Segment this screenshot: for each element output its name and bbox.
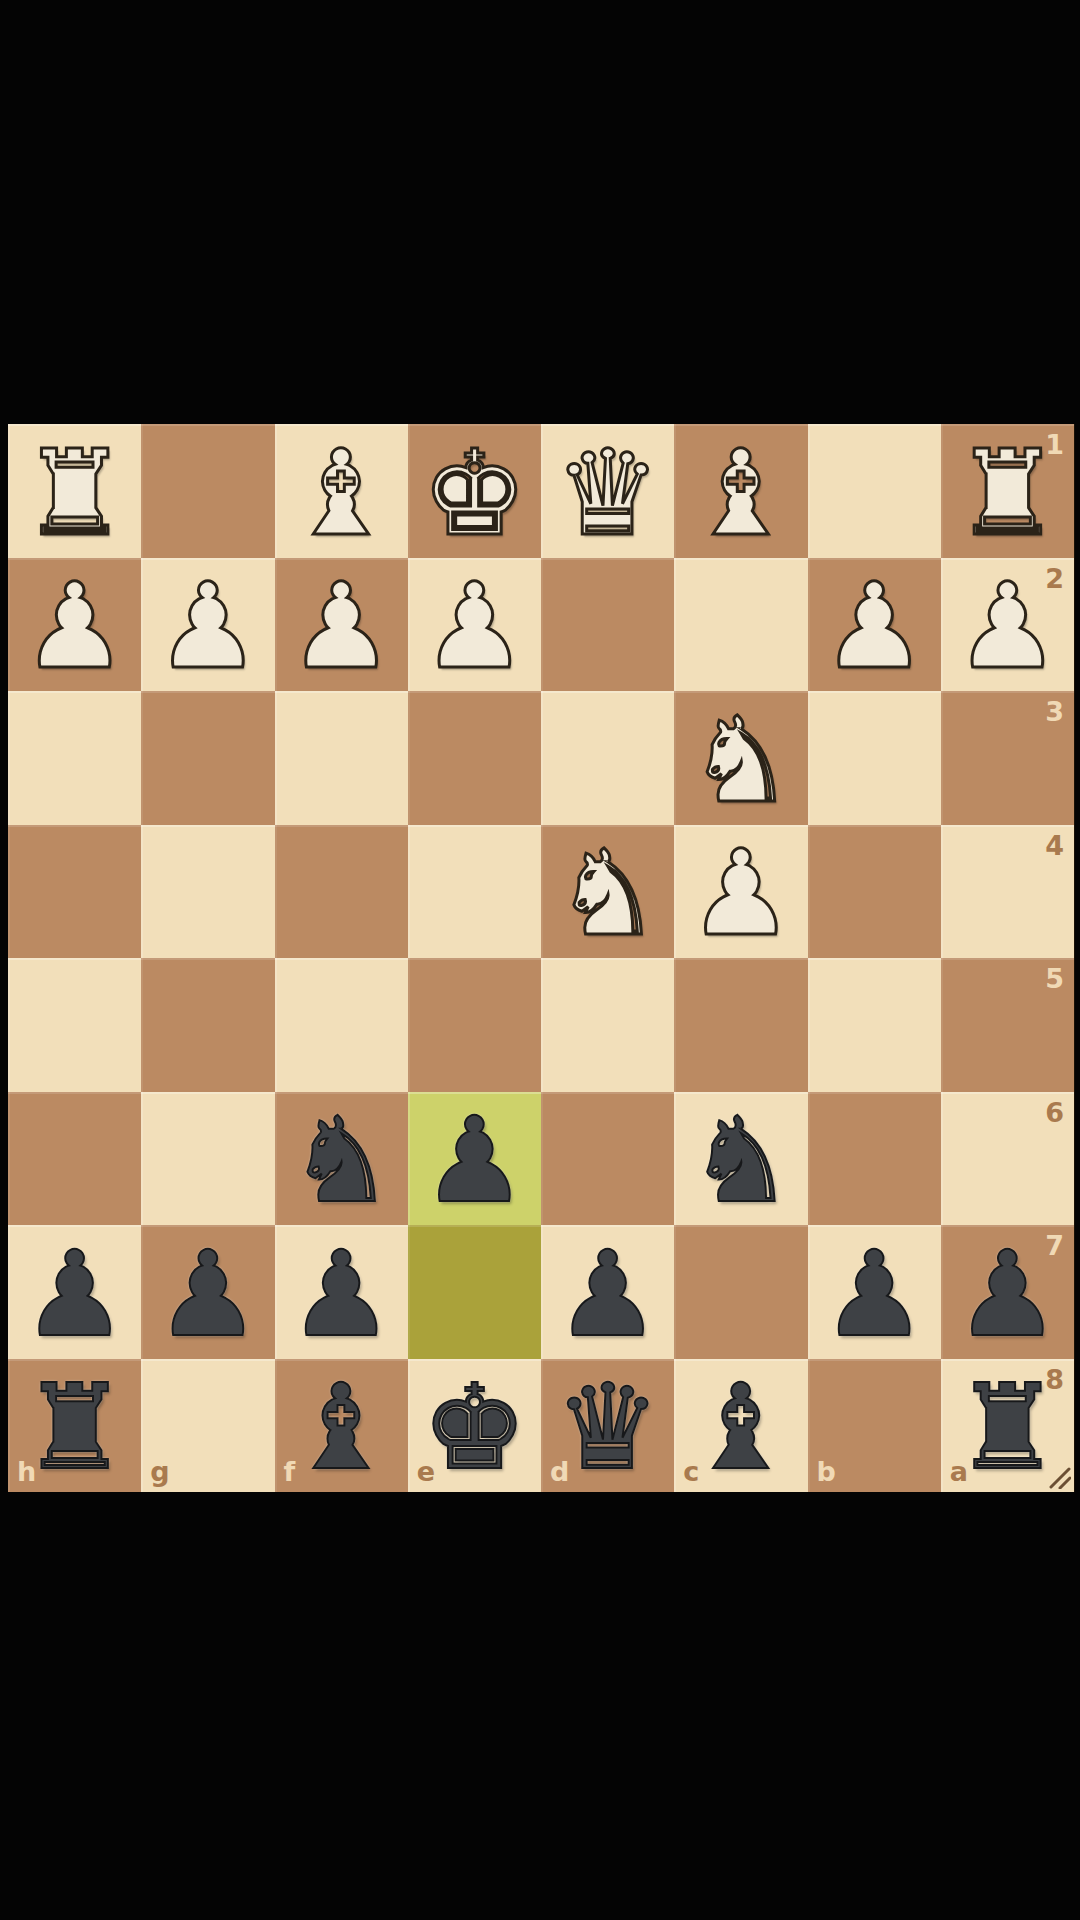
file-label-b: b [817,1456,836,1487]
piece-white-rook[interactable]: ♜ [22,434,128,552]
square-g4[interactable] [141,825,274,959]
square-f6[interactable]: ♞ [275,1092,408,1226]
piece-black-pawn[interactable]: ♟ [288,1235,394,1353]
screen: ♜♝♚♛♝1♜♟♟♟♟♟2♟♞3♞♟45♞♟♞6♟♟♟♟♟7♟h♜gf♝e♚d♛… [0,0,1080,1920]
square-a1[interactable]: 1♜ [941,424,1074,558]
square-c1[interactable]: ♝ [674,424,807,558]
square-f2[interactable]: ♟ [275,558,408,692]
piece-white-pawn[interactable]: ♟ [954,567,1060,685]
square-d2[interactable] [541,558,674,692]
square-b8[interactable]: b [808,1359,941,1493]
square-h8[interactable]: h♜ [8,1359,141,1493]
piece-black-queen[interactable]: ♛ [555,1368,661,1486]
piece-black-pawn[interactable]: ♟ [555,1235,661,1353]
piece-white-knight[interactable]: ♞ [555,834,661,952]
square-f8[interactable]: f♝ [275,1359,408,1493]
piece-white-pawn[interactable]: ♟ [22,567,128,685]
piece-black-pawn[interactable]: ♟ [22,1235,128,1353]
square-c4[interactable]: ♟ [674,825,807,959]
square-a7[interactable]: 7♟ [941,1225,1074,1359]
rank-label-6: 6 [1045,1097,1064,1128]
square-g1[interactable] [141,424,274,558]
piece-black-pawn[interactable]: ♟ [155,1235,261,1353]
square-b1[interactable] [808,424,941,558]
chess-board: ♜♝♚♛♝1♜♟♟♟♟♟2♟♞3♞♟45♞♟♞6♟♟♟♟♟7♟h♜gf♝e♚d♛… [8,424,1075,1492]
square-e8[interactable]: e♚ [408,1359,541,1493]
piece-black-bishop[interactable]: ♝ [288,1368,394,1486]
square-b2[interactable]: ♟ [808,558,941,692]
piece-white-pawn[interactable]: ♟ [688,834,794,952]
square-f5[interactable] [275,958,408,1092]
square-d7[interactable]: ♟ [541,1225,674,1359]
square-g8[interactable]: g [141,1359,274,1493]
square-h6[interactable] [8,1092,141,1226]
square-h1[interactable]: ♜ [8,424,141,558]
square-e6[interactable]: ♟ [408,1092,541,1226]
square-c6[interactable]: ♞ [674,1092,807,1226]
square-a5[interactable]: 5 [941,958,1074,1092]
square-h3[interactable] [8,691,141,825]
square-d8[interactable]: d♛ [541,1359,674,1493]
square-a2[interactable]: 2♟ [941,558,1074,692]
square-g2[interactable]: ♟ [141,558,274,692]
square-b7[interactable]: ♟ [808,1225,941,1359]
piece-white-king[interactable]: ♚ [421,434,527,552]
piece-black-knight[interactable]: ♞ [288,1101,394,1219]
rank-label-3: 3 [1045,696,1064,727]
square-f1[interactable]: ♝ [275,424,408,558]
piece-white-bishop[interactable]: ♝ [688,434,794,552]
square-d6[interactable] [541,1092,674,1226]
square-g5[interactable] [141,958,274,1092]
square-c7[interactable] [674,1225,807,1359]
square-h2[interactable]: ♟ [8,558,141,692]
square-a4[interactable]: 4 [941,825,1074,959]
rank-label-5: 5 [1045,963,1064,994]
square-a3[interactable]: 3 [941,691,1074,825]
piece-black-pawn[interactable]: ♟ [821,1235,927,1353]
square-g6[interactable] [141,1092,274,1226]
square-c8[interactable]: c♝ [674,1359,807,1493]
square-h7[interactable]: ♟ [8,1225,141,1359]
piece-white-rook[interactable]: ♜ [954,434,1060,552]
square-g3[interactable] [141,691,274,825]
square-e3[interactable] [408,691,541,825]
square-d5[interactable] [541,958,674,1092]
piece-black-pawn[interactable]: ♟ [421,1101,527,1219]
piece-black-pawn[interactable]: ♟ [954,1235,1060,1353]
piece-white-pawn[interactable]: ♟ [155,567,261,685]
piece-black-knight[interactable]: ♞ [688,1101,794,1219]
square-f4[interactable] [275,825,408,959]
piece-white-knight[interactable]: ♞ [688,701,794,819]
square-f3[interactable] [275,691,408,825]
piece-black-king[interactable]: ♚ [421,1368,527,1486]
square-b5[interactable] [808,958,941,1092]
square-d3[interactable] [541,691,674,825]
resize-handle-icon[interactable] [1047,1465,1071,1489]
rank-label-4: 4 [1045,830,1064,861]
piece-black-bishop[interactable]: ♝ [688,1368,794,1486]
square-e1[interactable]: ♚ [408,424,541,558]
square-a6[interactable]: 6 [941,1092,1074,1226]
square-c5[interactable] [674,958,807,1092]
square-c2[interactable] [674,558,807,692]
square-b4[interactable] [808,825,941,959]
piece-white-pawn[interactable]: ♟ [821,567,927,685]
square-b3[interactable] [808,691,941,825]
square-d4[interactable]: ♞ [541,825,674,959]
square-g7[interactable]: ♟ [141,1225,274,1359]
square-e2[interactable]: ♟ [408,558,541,692]
square-e7[interactable] [408,1225,541,1359]
square-b6[interactable] [808,1092,941,1226]
square-c3[interactable]: ♞ [674,691,807,825]
square-e5[interactable] [408,958,541,1092]
square-h5[interactable] [8,958,141,1092]
piece-white-pawn[interactable]: ♟ [421,567,527,685]
piece-white-pawn[interactable]: ♟ [288,567,394,685]
square-e4[interactable] [408,825,541,959]
piece-white-queen[interactable]: ♛ [555,434,661,552]
piece-black-rook[interactable]: ♜ [22,1368,128,1486]
piece-black-rook[interactable]: ♜ [954,1368,1060,1486]
piece-white-bishop[interactable]: ♝ [288,434,394,552]
square-d1[interactable]: ♛ [541,424,674,558]
file-label-g: g [150,1456,169,1487]
square-f7[interactable]: ♟ [275,1225,408,1359]
square-a8[interactable]: a8♜ [941,1359,1074,1493]
square-h4[interactable] [8,825,141,959]
